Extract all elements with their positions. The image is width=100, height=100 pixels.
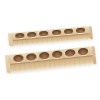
mancala-rail-bottom xyxy=(8,46,93,73)
pit-top-rail-2[interactable] xyxy=(27,32,36,38)
pit-top-rail-3[interactable] xyxy=(39,30,48,36)
pit-bottom-rail-6[interactable] xyxy=(77,48,88,56)
pit-top-rail-4[interactable] xyxy=(52,29,61,35)
pit-top-rail-1[interactable] xyxy=(15,33,24,39)
pit-bottom-rail-1[interactable] xyxy=(13,55,24,63)
pit-bottom-rail-5[interactable] xyxy=(64,49,75,57)
pit-bottom-rail-3[interactable] xyxy=(38,52,49,60)
mancala-board-photo xyxy=(0,0,100,100)
pit-bottom-rail-2[interactable] xyxy=(26,53,37,61)
pit-bottom-rail-4[interactable] xyxy=(51,51,62,59)
pit-top-rail-6[interactable] xyxy=(76,27,85,33)
pit-top-rail-5[interactable] xyxy=(64,28,73,34)
mancala-rail-top xyxy=(11,26,90,46)
